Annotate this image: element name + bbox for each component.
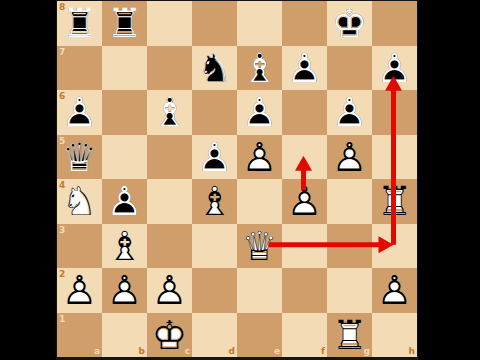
square-f7[interactable]: ♟♙ [282,46,327,91]
piece-glyph: ♙ [147,268,192,313]
square-f6[interactable] [282,90,327,135]
square-a5[interactable]: 5♛♕ [57,135,102,180]
piece-black-rook: ♜♖ [102,1,147,46]
file-label: h [409,346,415,356]
square-e3[interactable]: ♛♕ [237,224,282,269]
file-label: e [274,346,280,356]
square-h3[interactable] [372,224,417,269]
piece-glyph: ♙ [192,135,237,180]
square-a8[interactable]: 8♜♖ [57,1,102,46]
rank-label: 1 [59,314,65,324]
square-e7[interactable]: ♝♗ [237,46,282,91]
square-a2[interactable]: 2♟♙ [57,268,102,313]
square-e8[interactable] [237,1,282,46]
square-g6[interactable]: ♟♙ [327,90,372,135]
file-label: b [139,346,145,356]
file-label: f [321,346,325,356]
piece-white-rook: ♜♖ [372,179,417,224]
square-h1[interactable]: h [372,313,417,358]
square-a7[interactable]: 7 [57,46,102,91]
square-d8[interactable] [192,1,237,46]
square-b7[interactable] [102,46,147,91]
piece-black-rook: ♜♖ [57,1,102,46]
square-c2[interactable]: ♟♙ [147,268,192,313]
square-c7[interactable] [147,46,192,91]
square-c3[interactable] [147,224,192,269]
square-b8[interactable]: ♜♖ [102,1,147,46]
piece-black-king: ♚♔ [327,1,372,46]
square-b5[interactable] [102,135,147,180]
square-g7[interactable] [327,46,372,91]
piece-black-bishop: ♝♗ [147,90,192,135]
piece-black-queen: ♛♕ [57,135,102,180]
square-h8[interactable] [372,1,417,46]
piece-glyph: ♕ [57,135,102,180]
square-c5[interactable] [147,135,192,180]
square-d1[interactable]: d [192,313,237,358]
letterbox-left [0,0,56,360]
piece-white-pawn: ♟♙ [372,268,417,313]
square-c4[interactable] [147,179,192,224]
square-h7[interactable]: ♟♙ [372,46,417,91]
piece-white-pawn: ♟♙ [237,135,282,180]
square-c6[interactable]: ♝♗ [147,90,192,135]
square-b2[interactable]: ♟♙ [102,268,147,313]
square-f2[interactable] [282,268,327,313]
piece-glyph: ♗ [147,90,192,135]
piece-glyph: ♘ [192,46,237,91]
square-d3[interactable] [192,224,237,269]
piece-white-queen: ♛♕ [237,224,282,269]
piece-glyph: ♖ [102,1,147,46]
square-e1[interactable]: e [237,313,282,358]
piece-white-pawn: ♟♙ [327,135,372,180]
square-f3[interactable] [282,224,327,269]
piece-glyph: ♙ [102,179,147,224]
square-e5[interactable]: ♟♙ [237,135,282,180]
piece-white-pawn: ♟♙ [57,268,102,313]
square-d5[interactable]: ♟♙ [192,135,237,180]
piece-glyph: ♙ [282,46,327,91]
file-label: a [94,346,100,356]
square-d2[interactable] [192,268,237,313]
piece-black-knight: ♞♘ [192,46,237,91]
square-g4[interactable] [327,179,372,224]
square-a6[interactable]: 6♟♙ [57,90,102,135]
square-g8[interactable]: ♚♔ [327,1,372,46]
piece-glyph: ♙ [237,90,282,135]
square-a4[interactable]: 4♞♘ [57,179,102,224]
piece-glyph: ♗ [192,179,237,224]
piece-glyph: ♙ [327,135,372,180]
square-h2[interactable]: ♟♙ [372,268,417,313]
piece-black-pawn: ♟♙ [237,90,282,135]
square-f8[interactable] [282,1,327,46]
square-g5[interactable]: ♟♙ [327,135,372,180]
piece-white-pawn: ♟♙ [147,268,192,313]
piece-glyph: ♙ [372,268,417,313]
square-f4[interactable]: ♟♙ [282,179,327,224]
square-c8[interactable] [147,1,192,46]
piece-black-pawn: ♟♙ [282,46,327,91]
square-d4[interactable]: ♝♗ [192,179,237,224]
square-g1[interactable]: g♜♖ [327,313,372,358]
piece-glyph: ♖ [57,1,102,46]
piece-glyph: ♙ [372,46,417,91]
piece-glyph: ♔ [327,1,372,46]
piece-black-pawn: ♟♙ [327,90,372,135]
board-frame: 8♜♖♜♖♚♔7♞♘♝♗♟♙♟♙6♟♙♝♗♟♙♟♙5♛♕♟♙♟♙♟♙4♞♘♟♙♝… [56,0,418,360]
piece-black-pawn: ♟♙ [192,135,237,180]
square-h4[interactable]: ♜♖ [372,179,417,224]
piece-white-king: ♚♔ [147,313,192,358]
piece-glyph: ♙ [237,135,282,180]
piece-glyph: ♖ [327,313,372,358]
square-f1[interactable]: f [282,313,327,358]
piece-white-rook: ♜♖ [327,313,372,358]
piece-glyph: ♙ [327,90,372,135]
square-h5[interactable] [372,135,417,180]
piece-glyph: ♗ [237,46,282,91]
piece-black-pawn: ♟♙ [57,90,102,135]
video-frame: 8♜♖♜♖♚♔7♞♘♝♗♟♙♟♙6♟♙♝♗♟♙♟♙5♛♕♟♙♟♙♟♙4♞♘♟♙♝… [0,0,480,360]
square-f5[interactable] [282,135,327,180]
piece-white-bishop: ♝♗ [192,179,237,224]
square-d7[interactable]: ♞♘ [192,46,237,91]
letterbox-right [418,0,480,360]
square-d6[interactable] [192,90,237,135]
square-h6[interactable] [372,90,417,135]
piece-glyph: ♙ [102,268,147,313]
piece-glyph: ♙ [57,268,102,313]
square-e4[interactable] [237,179,282,224]
piece-glyph: ♕ [237,224,282,269]
piece-white-pawn: ♟♙ [282,179,327,224]
square-b1[interactable]: b [102,313,147,358]
file-label: d [229,346,235,356]
square-g2[interactable] [327,268,372,313]
square-a3[interactable]: 3 [57,224,102,269]
piece-black-pawn: ♟♙ [372,46,417,91]
piece-glyph: ♔ [147,313,192,358]
piece-glyph: ♘ [57,179,102,224]
square-b3[interactable]: ♝♗ [102,224,147,269]
piece-glyph: ♙ [282,179,327,224]
piece-white-bishop: ♝♗ [102,224,147,269]
piece-glyph: ♙ [57,90,102,135]
square-e2[interactable] [237,268,282,313]
chess-board: 8♜♖♜♖♚♔7♞♘♝♗♟♙♟♙6♟♙♝♗♟♙♟♙5♛♕♟♙♟♙♟♙4♞♘♟♙♝… [57,1,417,357]
rank-label: 7 [59,47,65,57]
square-c1[interactable]: c♚♔ [147,313,192,358]
square-b4[interactable]: ♟♙ [102,179,147,224]
piece-black-bishop: ♝♗ [237,46,282,91]
piece-white-pawn: ♟♙ [102,268,147,313]
piece-white-knight: ♞♘ [57,179,102,224]
piece-glyph: ♗ [102,224,147,269]
square-g3[interactable] [327,224,372,269]
piece-black-pawn: ♟♙ [102,179,147,224]
square-b6[interactable] [102,90,147,135]
piece-glyph: ♖ [372,179,417,224]
square-a1[interactable]: 1a [57,313,102,358]
rank-label: 3 [59,225,65,235]
square-e6[interactable]: ♟♙ [237,90,282,135]
